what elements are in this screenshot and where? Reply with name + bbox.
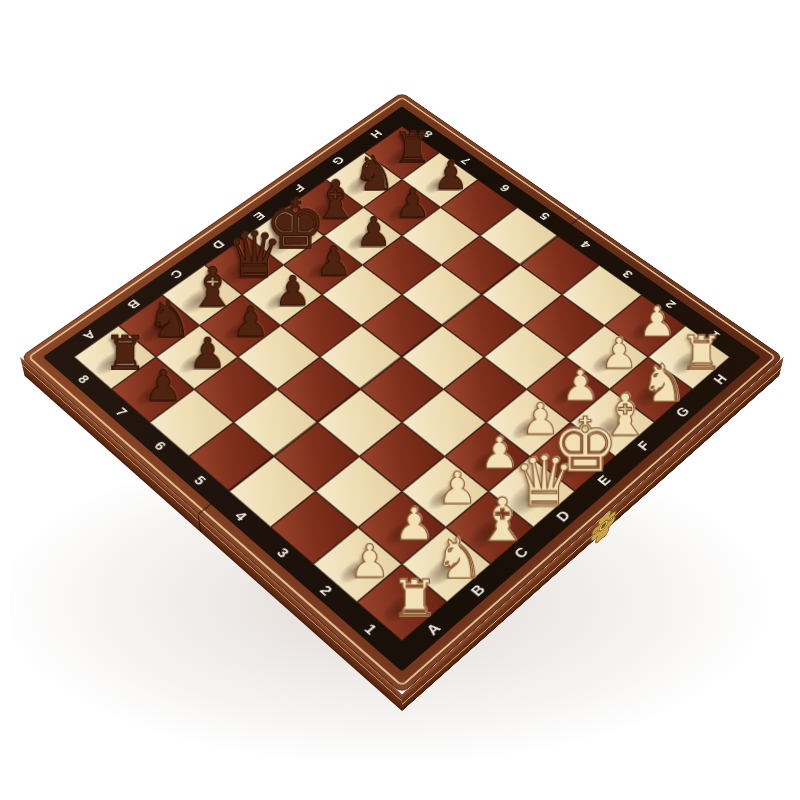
chess-set-photo: AA88BB77CC66DD55EE44FF33GG22HH11 ♜♞♝♛♚♝♞…: [0, 0, 800, 800]
